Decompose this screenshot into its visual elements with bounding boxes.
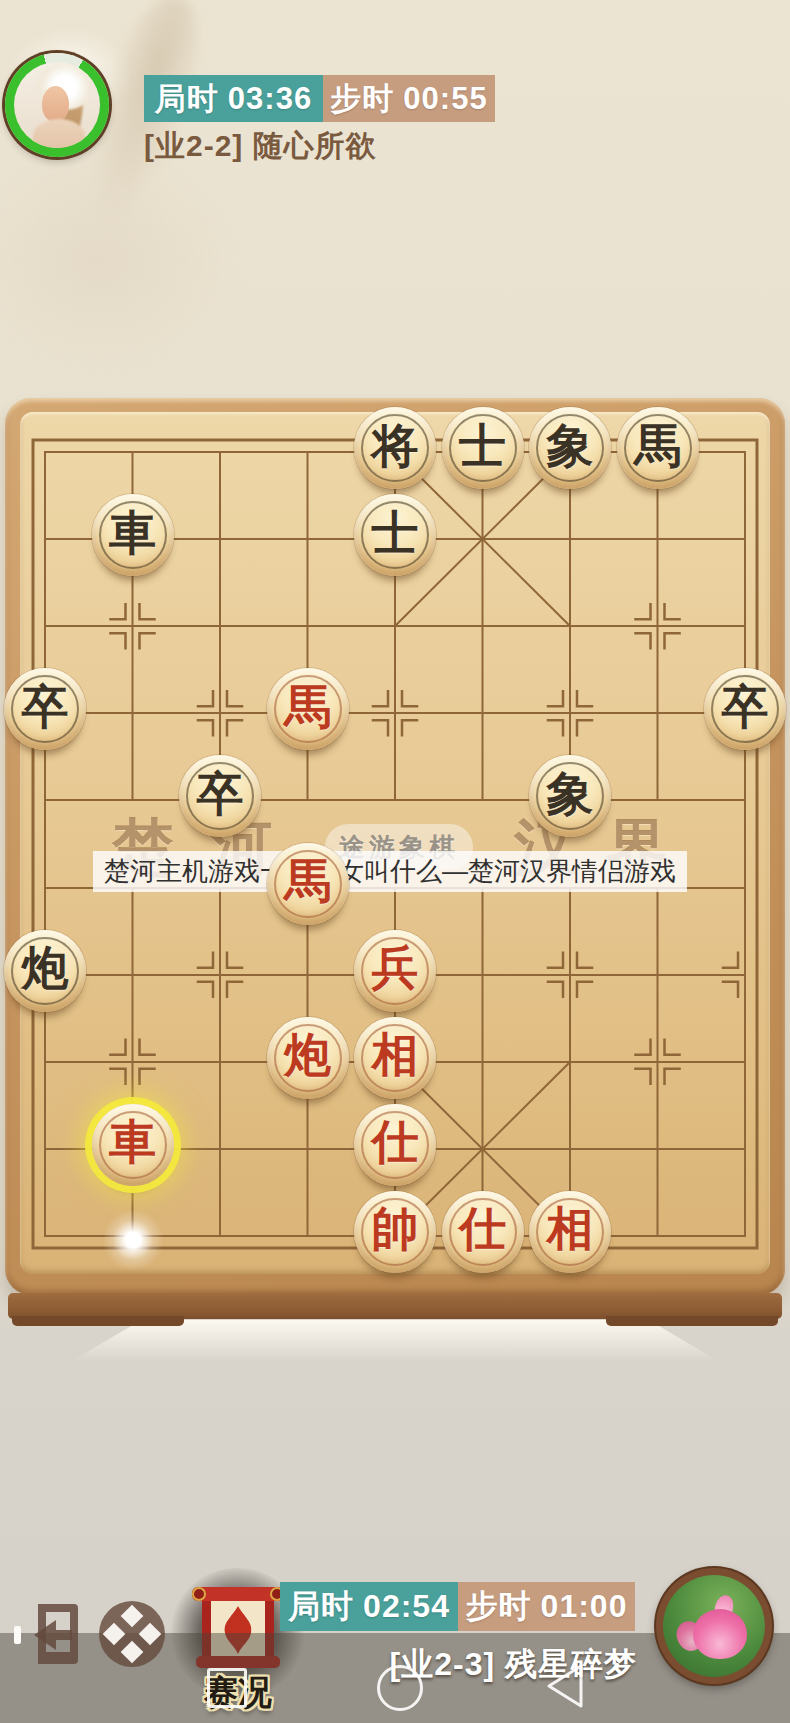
piece-black-炮[interactable]: 炮 xyxy=(4,930,86,1012)
bottom-game-timer: 局时 02:54 xyxy=(280,1582,458,1631)
caption-overlay: 楚河主机游戏一男一女叫什么—楚河汉界情侣游戏 xyxy=(93,851,687,892)
top-move-timer-label: 步时 xyxy=(330,78,394,120)
piece-black-士[interactable]: 士 xyxy=(354,494,436,576)
piece-red-帥[interactable]: 帥 xyxy=(354,1191,436,1273)
piece-black-卒[interactable]: 卒 xyxy=(4,668,86,750)
bottom-game-timer-value: 02:54 xyxy=(363,1588,450,1625)
piece-black-象[interactable]: 象 xyxy=(529,755,611,837)
bottom-move-timer-label: 步时 xyxy=(466,1585,532,1629)
piece-black-象[interactable]: 象 xyxy=(529,407,611,489)
piece-black-卒[interactable]: 卒 xyxy=(704,668,786,750)
menu-grid-button[interactable] xyxy=(98,1600,166,1668)
nav-recents-icon[interactable] xyxy=(207,1668,247,1708)
piece-red-炮[interactable]: 炮 xyxy=(267,1017,349,1099)
piece-black-馬[interactable]: 馬 xyxy=(617,407,699,489)
bottom-player-avatar[interactable] xyxy=(656,1568,772,1684)
piece-red-車[interactable]: 車 xyxy=(92,1104,174,1186)
top-game-timer-label: 局时 xyxy=(155,78,219,120)
piece-red-馬[interactable]: 馬 xyxy=(267,668,349,750)
piece-black-将[interactable]: 将 xyxy=(354,407,436,489)
exit-button[interactable] xyxy=(12,1602,84,1666)
piece-black-卒[interactable]: 卒 xyxy=(179,755,261,837)
piece-black-車[interactable]: 車 xyxy=(92,494,174,576)
move-origin-marker xyxy=(101,1208,165,1272)
nav-back-icon[interactable] xyxy=(543,1662,587,1710)
piece-red-馬[interactable]: 馬 xyxy=(267,843,349,925)
top-move-timer: 步时 00:55 xyxy=(323,75,495,122)
bottom-game-timer-label: 局时 xyxy=(288,1585,354,1629)
bottom-move-timer-value: 01:00 xyxy=(541,1588,628,1625)
top-player-avatar-image xyxy=(14,62,100,148)
background-floral-art xyxy=(0,150,230,370)
piece-red-兵[interactable]: 兵 xyxy=(354,930,436,1012)
top-player-name: [业2-2] 随心所欲 xyxy=(144,126,377,167)
bottom-player-avatar-image xyxy=(663,1575,765,1677)
piece-red-仕[interactable]: 仕 xyxy=(354,1104,436,1186)
piece-red-相[interactable]: 相 xyxy=(529,1191,611,1273)
bottom-move-timer: 步时 01:00 xyxy=(458,1582,635,1631)
game-screen: 局时 03:36 步时 00:55 [业2-2] 随心所欲 xyxy=(0,0,790,1723)
top-move-timer-value: 00:55 xyxy=(403,81,487,117)
top-game-timer-value: 03:36 xyxy=(228,81,312,117)
piece-red-相[interactable]: 相 xyxy=(354,1017,436,1099)
piece-red-仕[interactable]: 仕 xyxy=(442,1191,524,1273)
top-player-avatar[interactable] xyxy=(5,53,109,157)
piece-black-士[interactable]: 士 xyxy=(442,407,524,489)
top-game-timer: 局时 03:36 xyxy=(144,75,323,122)
nav-home-icon[interactable] xyxy=(377,1665,423,1711)
table-highlight xyxy=(70,1320,720,1362)
